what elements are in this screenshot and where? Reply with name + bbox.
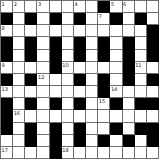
black-cell-r1c2 (25, 13, 37, 25)
cell-r7c0[interactable]: 13 (1, 86, 13, 98)
cell-r9c2[interactable] (25, 110, 37, 122)
cell-r0c10[interactable]: 6 (123, 1, 135, 13)
cell-r11c9[interactable] (110, 135, 122, 147)
cell-r9c3[interactable] (37, 110, 49, 122)
cell-r8c8[interactable]: 15 (98, 98, 110, 110)
cell-r10c10[interactable] (123, 123, 135, 135)
crossword-grid: 123456789101112131415161718 (0, 0, 159, 159)
cell-r12c12[interactable] (147, 147, 159, 159)
cell-r12c8[interactable] (98, 147, 110, 159)
cell-r5c5[interactable]: 10 (62, 62, 74, 74)
cell-r12c6[interactable] (74, 147, 86, 159)
cell-r7c12[interactable] (147, 86, 159, 98)
cell-r2c11[interactable] (135, 25, 147, 37)
cell-r12c0[interactable]: 17 (1, 147, 13, 159)
black-cell-r1c11 (135, 13, 147, 25)
cell-r0c7[interactable] (86, 1, 98, 13)
cell-r2c3[interactable] (37, 25, 49, 37)
cell-r12c5[interactable]: 18 (62, 147, 74, 159)
clue-number: 2 (14, 1, 17, 7)
black-cell-r6c10 (123, 74, 135, 86)
cell-r12c3[interactable] (37, 147, 49, 159)
black-cell-r6c12 (147, 74, 159, 86)
black-cell-r4c12 (147, 50, 159, 62)
cell-r3c3[interactable] (37, 37, 49, 49)
clue-number: 14 (111, 86, 117, 92)
cell-r7c1[interactable] (13, 86, 25, 98)
cell-r7c10[interactable] (123, 86, 135, 98)
cell-r9c9[interactable] (110, 110, 122, 122)
cell-r5c12[interactable] (147, 62, 159, 74)
black-cell-r10c4 (50, 123, 62, 135)
black-cell-r10c9 (110, 123, 122, 135)
black-cell-r11c2 (25, 135, 37, 147)
cell-r0c12[interactable] (147, 1, 159, 13)
black-cell-r6c6 (74, 74, 86, 86)
black-cell-r8c6 (74, 98, 86, 110)
black-cell-r3c12 (147, 37, 159, 49)
cell-r1c12[interactable] (147, 13, 159, 25)
black-cell-r7c8 (98, 86, 110, 98)
clue-number: 13 (2, 86, 8, 92)
cell-r8c10[interactable] (123, 98, 135, 110)
cell-r1c7[interactable] (86, 13, 98, 25)
cell-r10c5[interactable] (62, 123, 74, 135)
black-cell-r10c6 (74, 123, 86, 135)
cell-r2c10[interactable] (123, 25, 135, 37)
cell-r4c11[interactable] (135, 50, 147, 62)
cell-r2c8[interactable] (98, 25, 110, 37)
cell-r9c1[interactable]: 16 (13, 110, 25, 122)
cell-r12c7[interactable] (86, 147, 98, 159)
cell-r0c9[interactable]: 5 (110, 1, 122, 13)
cell-r9c5[interactable] (62, 110, 74, 122)
cell-r10c1[interactable] (13, 123, 25, 135)
cell-r3c7[interactable] (86, 37, 98, 49)
cell-r2c0[interactable]: 8 (1, 25, 13, 37)
black-cell-r8c9 (110, 98, 122, 110)
cell-r6c5[interactable] (62, 74, 74, 86)
black-cell-r8c12 (147, 98, 159, 110)
cell-r7c9[interactable]: 14 (110, 86, 122, 98)
black-cell-r11c6 (74, 135, 86, 147)
black-cell-r4c2 (25, 50, 37, 62)
black-cell-r6c2 (25, 74, 37, 86)
cell-r0c1[interactable]: 2 (13, 1, 25, 13)
black-cell-r3c2 (25, 37, 37, 49)
cell-r8c7[interactable] (86, 98, 98, 110)
black-cell-r10c2 (25, 123, 37, 135)
black-cell-r10c12 (147, 123, 159, 135)
clue-number: 9 (2, 62, 5, 68)
cell-r0c0[interactable]: 1 (1, 1, 13, 13)
cell-r0c3[interactable]: 3 (37, 1, 49, 13)
cell-r6c11[interactable] (135, 74, 147, 86)
black-cell-r11c12 (147, 135, 159, 147)
cell-r9c6[interactable] (74, 110, 86, 122)
cell-r10c8[interactable] (98, 123, 110, 135)
cell-r5c8[interactable] (98, 62, 110, 74)
black-cell-r3c10 (123, 37, 135, 49)
cell-r9c7[interactable] (86, 110, 98, 122)
cell-r3c1[interactable] (13, 37, 25, 49)
black-cell-r2c12 (147, 25, 159, 37)
clue-number: 5 (111, 1, 114, 7)
cell-r5c0[interactable]: 9 (1, 62, 13, 74)
clue-number: 15 (99, 98, 105, 104)
black-cell-r8c0 (1, 98, 13, 110)
black-cell-r4c4 (50, 50, 62, 62)
clue-number: 12 (38, 74, 44, 80)
cell-r4c1[interactable] (13, 50, 25, 62)
cell-r7c11[interactable] (135, 86, 147, 98)
cell-r7c3[interactable] (37, 86, 49, 98)
black-cell-r5c4 (50, 62, 62, 74)
clue-number: 6 (123, 1, 126, 7)
cell-r5c11[interactable]: 11 (135, 62, 147, 74)
cell-r11c1[interactable] (13, 135, 25, 147)
cell-r9c11[interactable] (135, 110, 147, 122)
cell-r1c1[interactable] (13, 13, 25, 25)
cell-r5c3[interactable] (37, 62, 49, 74)
black-cell-r4c8 (98, 50, 110, 62)
black-cell-r1c4 (50, 13, 62, 25)
black-cell-r8c4 (50, 98, 62, 110)
clue-number: 10 (62, 62, 68, 68)
cell-r0c5[interactable] (62, 1, 74, 13)
black-cell-r8c11 (135, 98, 147, 110)
cell-r4c5[interactable] (62, 50, 74, 62)
clue-number: 18 (62, 147, 68, 153)
cell-r10c7[interactable] (86, 123, 98, 135)
cell-r12c11[interactable] (135, 147, 147, 159)
cell-r2c2[interactable] (25, 25, 37, 37)
cell-r11c5[interactable] (62, 135, 74, 147)
cell-r5c2[interactable] (25, 62, 37, 74)
cell-r11c7[interactable] (86, 135, 98, 147)
cell-r0c6[interactable]: 4 (74, 1, 86, 13)
cell-r1c3[interactable] (37, 13, 49, 25)
black-cell-r9c0 (1, 110, 13, 122)
cell-r9c4[interactable] (50, 110, 62, 122)
cell-r5c7[interactable] (86, 62, 98, 74)
clue-number: 11 (135, 62, 141, 68)
cell-r7c7[interactable] (86, 86, 98, 98)
black-cell-r1c0 (1, 13, 13, 25)
black-cell-r1c6 (74, 13, 86, 25)
cell-r5c9[interactable] (110, 62, 122, 74)
black-cell-r3c8 (98, 37, 110, 49)
cell-r4c9[interactable] (110, 50, 122, 62)
cell-r6c7[interactable] (86, 74, 98, 86)
cell-r0c11[interactable] (135, 1, 147, 13)
black-cell-r3c0 (1, 37, 13, 49)
black-cell-r0c8 (98, 1, 110, 13)
cell-r8c1[interactable] (13, 98, 25, 110)
cell-r2c4[interactable] (50, 25, 62, 37)
black-cell-r6c0 (1, 74, 13, 86)
clue-number: 3 (38, 1, 41, 7)
black-cell-r3c4 (50, 37, 62, 49)
black-cell-r10c0 (1, 123, 13, 135)
cell-r6c1[interactable] (13, 74, 25, 86)
cell-r3c11[interactable] (135, 37, 147, 49)
clue-number: 17 (2, 147, 8, 153)
cell-r3c9[interactable] (110, 37, 122, 49)
black-cell-r10c11 (135, 123, 147, 135)
black-cell-r3c6 (74, 37, 86, 49)
cell-r12c1[interactable] (13, 147, 25, 159)
cell-r2c1[interactable] (13, 25, 25, 37)
cell-r1c8[interactable]: 7 (98, 13, 110, 25)
cell-r7c5[interactable] (62, 86, 74, 98)
black-cell-r11c4 (50, 135, 62, 147)
cell-r12c2[interactable] (25, 147, 37, 159)
cell-r3c5[interactable] (62, 37, 74, 49)
black-cell-r1c9 (110, 13, 122, 25)
clue-number: 1 (2, 1, 5, 7)
cell-r6c4[interactable] (50, 74, 62, 86)
black-cell-r12c4 (50, 147, 62, 159)
cell-r11c11[interactable] (135, 135, 147, 147)
cell-r9c8[interactable] (98, 110, 110, 122)
cell-r6c3[interactable]: 12 (37, 74, 49, 86)
clue-number: 4 (74, 1, 77, 7)
cell-r10c3[interactable] (37, 123, 49, 135)
cell-r2c9[interactable] (110, 25, 122, 37)
cell-r7c4[interactable] (50, 86, 62, 98)
cell-r2c7[interactable] (86, 25, 98, 37)
cell-r12c10[interactable] (123, 147, 135, 159)
cell-r1c5[interactable] (62, 13, 74, 25)
cell-r4c7[interactable] (86, 50, 98, 62)
cell-r11c0[interactable] (1, 135, 13, 147)
black-cell-r11c8 (98, 135, 110, 147)
cell-r0c4[interactable] (50, 1, 62, 13)
cell-r7c2[interactable] (25, 86, 37, 98)
cell-r9c12[interactable] (147, 110, 159, 122)
cell-r5c1[interactable] (13, 62, 25, 74)
cell-r12c9[interactable] (110, 147, 122, 159)
cell-r2c5[interactable] (62, 25, 74, 37)
black-cell-r4c0 (1, 50, 13, 62)
cell-r1c10[interactable] (123, 13, 135, 25)
cell-r9c10[interactable] (123, 110, 135, 122)
cell-r11c3[interactable] (37, 135, 49, 147)
cell-r7c6[interactable] (74, 86, 86, 98)
cell-r8c5[interactable] (62, 98, 74, 110)
black-cell-r11c10 (123, 135, 135, 147)
cell-r6c9[interactable] (110, 74, 122, 86)
cell-r2c6[interactable] (74, 25, 86, 37)
black-cell-r5c10 (123, 62, 135, 74)
cell-r4c3[interactable] (37, 50, 49, 62)
black-cell-r8c2 (25, 98, 37, 110)
cell-r0c2[interactable] (25, 1, 37, 13)
black-cell-r4c6 (74, 50, 86, 62)
cell-r5c6[interactable] (74, 62, 86, 74)
cell-r8c3[interactable] (37, 98, 49, 110)
black-cell-r6c8 (98, 74, 110, 86)
clue-number: 8 (2, 25, 5, 31)
clue-number: 16 (14, 110, 20, 116)
clue-number: 7 (99, 13, 102, 19)
black-cell-r4c10 (123, 50, 135, 62)
